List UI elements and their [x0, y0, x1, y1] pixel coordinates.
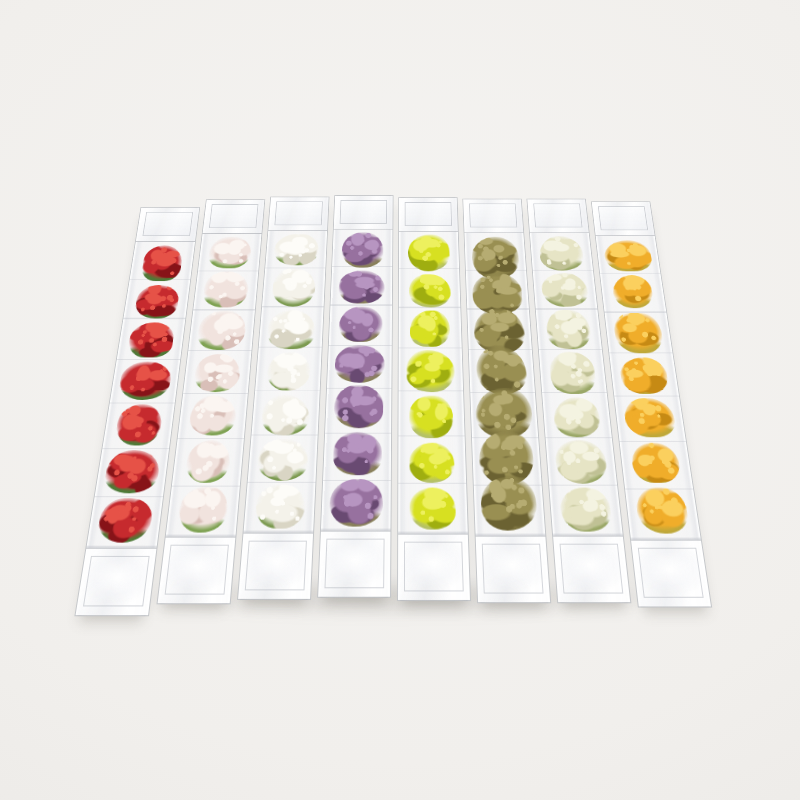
box-bottom-cap	[238, 533, 313, 599]
flower-tuft-golden-yellow	[630, 443, 682, 483]
box-top-cap-reflection	[533, 204, 582, 228]
box-bottom-cap-reflection	[165, 545, 229, 595]
box-bottom-cap	[631, 540, 711, 607]
flower-tuft-purple	[334, 345, 384, 383]
flower-tuft-golden-yellow	[619, 357, 670, 393]
flower-tuft-pale-moss	[549, 352, 597, 394]
flower-tuft-purple	[333, 431, 383, 475]
tuft-box-chartreuse	[397, 197, 471, 601]
flower-tuft-golden-yellow	[635, 488, 690, 534]
flower-tuft-purple	[339, 307, 382, 342]
box-top-cap	[334, 196, 393, 230]
box-top-cap-reflection	[209, 204, 258, 228]
box-bottom-cap	[318, 531, 390, 597]
flower-tuft-red	[133, 285, 180, 318]
flower-tuft-chartreuse	[407, 350, 455, 392]
perspective-wrapper	[77, 130, 711, 600]
flower-tuft-golden-yellow	[612, 313, 664, 353]
flower-tuft-chartreuse	[409, 275, 451, 308]
box-bottom-cap-reflection	[560, 544, 624, 594]
flower-tuft-white	[273, 234, 320, 265]
box-top-cap-reflection	[405, 202, 452, 226]
box-bottom-cap	[158, 537, 236, 604]
product-photo	[0, 0, 800, 800]
box-top-cap-reflection	[274, 201, 322, 225]
flower-tuft-red	[103, 450, 161, 493]
flower-tuft-white	[254, 485, 305, 529]
flower-tuft-pale-moss	[554, 440, 609, 483]
flower-tuft-chartreuse	[410, 487, 457, 529]
box-bottom-cap-reflection	[404, 542, 464, 592]
tuft-compartments	[321, 230, 393, 531]
flower-tuft-golden-yellow	[623, 398, 677, 437]
box-bottom-cap	[398, 534, 470, 600]
flower-tuft-golden-yellow	[603, 240, 653, 271]
box-top-cap	[463, 199, 523, 233]
box-top-cap-reflection	[142, 212, 193, 236]
box-top-cap-reflection	[469, 204, 517, 228]
flower-tuft-white	[261, 394, 310, 435]
box-top-cap	[268, 197, 328, 231]
tube-row	[77, 197, 711, 600]
flower-tuft-purple	[329, 479, 383, 527]
box-bottom-cap-reflection	[83, 556, 150, 607]
flower-tuft-chartreuse	[410, 310, 451, 346]
flower-tuft-white	[257, 439, 309, 481]
flower-tuft-pale-moss	[538, 236, 585, 271]
flower-tuft-purple	[334, 386, 384, 429]
flower-tuft-red	[140, 246, 184, 281]
flower-tuft-chartreuse	[408, 235, 449, 272]
flower-tuft-chartreuse	[409, 442, 455, 483]
box-bottom-cap	[553, 536, 630, 603]
flower-tuft-purple	[341, 232, 383, 268]
flower-tuft-white	[266, 310, 315, 349]
box-bottom-cap	[476, 536, 551, 603]
flower-tuft-red	[127, 323, 175, 358]
box-bottom-cap-reflection	[638, 548, 704, 598]
box-top-cap-reflection	[598, 206, 648, 230]
box-top-cap	[592, 202, 655, 236]
flower-tuft-pale-moss	[541, 273, 590, 307]
box-top-cap	[203, 200, 265, 234]
flower-tuft-red	[114, 404, 163, 445]
box-top-cap-reflection	[340, 200, 387, 224]
flower-tuft-blush-white	[202, 272, 250, 308]
box-bottom-cap-reflection	[245, 541, 307, 591]
box-top-cap	[399, 198, 458, 232]
flower-tuft-olive	[480, 477, 538, 530]
box-bottom-cap-reflection	[324, 539, 384, 589]
box-bottom-cap-reflection	[482, 544, 544, 594]
flower-tuft-pale-moss	[559, 487, 613, 532]
flower-tuft-blush-white	[193, 354, 242, 392]
flower-tuft-red	[118, 362, 173, 400]
flower-tuft-purple	[338, 271, 385, 304]
flower-tuft-white	[271, 269, 316, 307]
box-top-cap	[136, 208, 200, 242]
tuft-box-purple	[317, 195, 393, 598]
flower-tuft-blush-white	[188, 396, 237, 436]
box-top-cap	[527, 199, 588, 233]
flower-tuft-pale-moss	[545, 310, 592, 349]
flower-tuft-pale-moss	[552, 397, 601, 437]
flower-tuft-white	[266, 353, 310, 391]
flower-tuft-blush-white	[208, 237, 252, 268]
flower-tuft-blush-white	[177, 487, 229, 532]
flower-tuft-blush-white	[184, 440, 232, 483]
flower-tuft-golden-yellow	[611, 275, 655, 308]
flower-tuft-blush-white	[196, 311, 247, 351]
box-bottom-cap	[76, 548, 157, 615]
flower-tuft-chartreuse	[409, 396, 453, 439]
flower-tuft-red	[96, 498, 155, 543]
tuft-compartments	[398, 232, 468, 534]
